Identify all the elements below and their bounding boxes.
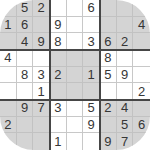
cell-r3c7[interactable]: 6: [100, 33, 117, 50]
cell-r8c9[interactable]: 6: [133, 117, 150, 134]
cell-r6c4[interactable]: [50, 83, 67, 100]
cell-r2c2[interactable]: 6: [17, 17, 34, 34]
cell-r1c4[interactable]: [50, 0, 67, 17]
cell-r4c4[interactable]: [50, 50, 67, 67]
cell-r3c3[interactable]: 9: [33, 33, 50, 50]
cell-r2c5[interactable]: [67, 17, 84, 34]
cell-r3c8[interactable]: 2: [117, 33, 134, 50]
cell-r1c2[interactable]: 5: [17, 0, 34, 17]
cell-r4c3[interactable]: [33, 50, 50, 67]
cell-r1c8[interactable]: [117, 0, 134, 17]
cell-r4c9[interactable]: [133, 50, 150, 67]
cell-r9c8[interactable]: 7: [117, 133, 134, 150]
cell-r1c9[interactable]: [133, 0, 150, 17]
cell-r2c1[interactable]: 1: [0, 17, 17, 34]
cell-r3c2[interactable]: 4: [17, 33, 34, 50]
sudoku-app-icon[interactable]: 526169449836248832159129735242956197: [0, 0, 150, 150]
cell-r4c5[interactable]: [67, 50, 84, 67]
cell-r5c9[interactable]: [133, 67, 150, 84]
cell-r5c8[interactable]: 9: [117, 67, 134, 84]
cell-r5c7[interactable]: 5: [100, 67, 117, 84]
cell-r7c9[interactable]: [133, 100, 150, 117]
cell-r6c9[interactable]: 2: [133, 83, 150, 100]
cell-r1c6[interactable]: 6: [83, 0, 100, 17]
cell-r7c6[interactable]: 5: [83, 100, 100, 117]
cell-r1c7[interactable]: [100, 0, 117, 17]
cell-r2c8[interactable]: [117, 17, 134, 34]
cell-r9c4[interactable]: 1: [50, 133, 67, 150]
cell-r5c3[interactable]: 3: [33, 67, 50, 84]
cell-r1c3[interactable]: 2: [33, 0, 50, 17]
block-divider-horizontal-2: [0, 99, 150, 101]
cell-r7c5[interactable]: [67, 100, 84, 117]
cell-r3c9[interactable]: [133, 33, 150, 50]
cell-r9c9[interactable]: [133, 133, 150, 150]
cell-r5c4[interactable]: 2: [50, 67, 67, 84]
cell-r4c2[interactable]: [17, 50, 34, 67]
cell-r8c2[interactable]: [17, 117, 34, 134]
block-divider-vertical-2: [99, 0, 101, 150]
cell-r4c1[interactable]: 4: [0, 50, 17, 67]
cell-r6c6[interactable]: [83, 83, 100, 100]
cell-r8c7[interactable]: [100, 117, 117, 134]
cell-r4c8[interactable]: [117, 50, 134, 67]
cell-r9c1[interactable]: [0, 133, 17, 150]
cell-r6c8[interactable]: [117, 83, 134, 100]
cell-r6c3[interactable]: 1: [33, 83, 50, 100]
cell-r8c6[interactable]: 9: [83, 117, 100, 134]
cell-r1c1[interactable]: [0, 0, 17, 17]
cell-r5c5[interactable]: [67, 67, 84, 84]
cell-r7c3[interactable]: 7: [33, 100, 50, 117]
cell-r7c8[interactable]: 4: [117, 100, 134, 117]
cell-r3c4[interactable]: 8: [50, 33, 67, 50]
cell-r2c4[interactable]: 9: [50, 17, 67, 34]
cell-r8c4[interactable]: [50, 117, 67, 134]
cell-r2c6[interactable]: [83, 17, 100, 34]
cell-r8c1[interactable]: 2: [0, 117, 17, 134]
cell-r8c8[interactable]: 5: [117, 117, 134, 134]
cell-r3c1[interactable]: [0, 33, 17, 50]
cell-r9c2[interactable]: [17, 133, 34, 150]
cell-r9c5[interactable]: [67, 133, 84, 150]
cell-r6c7[interactable]: [100, 83, 117, 100]
cell-r4c6[interactable]: [83, 50, 100, 67]
cell-r7c7[interactable]: 2: [100, 100, 117, 117]
cell-r5c6[interactable]: 1: [83, 67, 100, 84]
cell-r9c3[interactable]: [33, 133, 50, 150]
cell-r9c6[interactable]: [83, 133, 100, 150]
cell-r7c4[interactable]: 3: [50, 100, 67, 117]
cell-r3c6[interactable]: 3: [83, 33, 100, 50]
block-divider-vertical-1: [49, 0, 51, 150]
cell-r7c1[interactable]: [0, 100, 17, 117]
cell-r7c2[interactable]: 9: [17, 100, 34, 117]
cell-r6c5[interactable]: [67, 83, 84, 100]
cell-r5c2[interactable]: 8: [17, 67, 34, 84]
block-divider-horizontal-1: [0, 49, 150, 51]
cell-r4c7[interactable]: 8: [100, 50, 117, 67]
cell-r5c1[interactable]: [0, 67, 17, 84]
cell-r2c7[interactable]: [100, 17, 117, 34]
cell-r8c5[interactable]: [67, 117, 84, 134]
sudoku-board: 526169449836248832159129735242956197: [0, 0, 150, 150]
cell-r8c3[interactable]: [33, 117, 50, 134]
cell-r3c5[interactable]: [67, 33, 84, 50]
cell-r2c9[interactable]: 4: [133, 17, 150, 34]
cell-r6c2[interactable]: [17, 83, 34, 100]
cell-r9c7[interactable]: 9: [100, 133, 117, 150]
cell-r6c1[interactable]: [0, 83, 17, 100]
cell-r2c3[interactable]: [33, 17, 50, 34]
cell-r1c5[interactable]: [67, 0, 84, 17]
